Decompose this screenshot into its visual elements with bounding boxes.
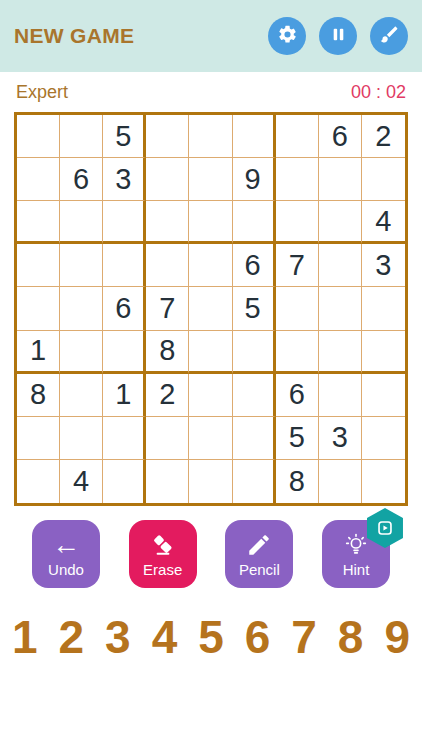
pause-icon: [328, 24, 349, 48]
numpad-7[interactable]: 7: [291, 612, 317, 663]
cell-r6c3[interactable]: [103, 331, 146, 374]
gear-icon: [277, 24, 298, 48]
hint-button[interactable]: Hint: [322, 520, 390, 588]
cell-r2c2[interactable]: 6: [60, 158, 103, 201]
cell-r8c1[interactable]: [17, 417, 60, 460]
cell-r5c7[interactable]: [276, 287, 319, 330]
cell-r2c7[interactable]: [276, 158, 319, 201]
cell-r8c5[interactable]: [189, 417, 232, 460]
video-play-badge: [367, 508, 403, 548]
cell-r3c8[interactable]: [319, 201, 362, 244]
cell-r8c8[interactable]: 3: [319, 417, 362, 460]
cell-r2c4[interactable]: [146, 158, 189, 201]
undo-arrow-icon: ←: [52, 531, 80, 559]
cell-r5c2[interactable]: [60, 287, 103, 330]
cell-r4c9[interactable]: 3: [362, 244, 405, 287]
cell-r7c4[interactable]: 2: [146, 374, 189, 417]
eraser-icon: [150, 531, 176, 559]
numpad-5[interactable]: 5: [198, 612, 224, 663]
cell-r8c9[interactable]: [362, 417, 405, 460]
cell-r8c4[interactable]: [146, 417, 189, 460]
cell-r5c4[interactable]: 7: [146, 287, 189, 330]
cell-r4c6[interactable]: 6: [233, 244, 276, 287]
cell-r6c1[interactable]: 1: [17, 331, 60, 374]
cell-r1c2[interactable]: [60, 115, 103, 158]
cell-r6c2[interactable]: [60, 331, 103, 374]
timer: 00 : 02: [351, 82, 406, 103]
settings-button[interactable]: [268, 17, 306, 55]
cell-r5c1[interactable]: [17, 287, 60, 330]
cell-r3c9[interactable]: 4: [362, 201, 405, 244]
cell-r1c7[interactable]: [276, 115, 319, 158]
cell-r6c8[interactable]: [319, 331, 362, 374]
cell-r7c9[interactable]: [362, 374, 405, 417]
cell-r6c4[interactable]: 8: [146, 331, 189, 374]
cell-r2c8[interactable]: [319, 158, 362, 201]
cell-r3c7[interactable]: [276, 201, 319, 244]
cell-r7c8[interactable]: [319, 374, 362, 417]
header: NEW GAME: [0, 0, 422, 72]
cell-r8c6[interactable]: [233, 417, 276, 460]
erase-button[interactable]: Erase: [129, 520, 197, 588]
number-pad: 123456789: [0, 612, 422, 663]
cell-r4c8[interactable]: [319, 244, 362, 287]
lightbulb-icon: [343, 531, 369, 559]
cell-r2c9[interactable]: [362, 158, 405, 201]
cell-r5c5[interactable]: [189, 287, 232, 330]
cell-r8c3[interactable]: [103, 417, 146, 460]
header-buttons: [268, 17, 408, 55]
cell-r9c3[interactable]: [103, 460, 146, 503]
cell-r7c7[interactable]: 6: [276, 374, 319, 417]
numpad-2[interactable]: 2: [59, 612, 85, 663]
cell-r7c2[interactable]: [60, 374, 103, 417]
cell-r2c1[interactable]: [17, 158, 60, 201]
difficulty-label: Expert: [16, 82, 68, 103]
cell-r3c2[interactable]: [60, 201, 103, 244]
cell-r1c6[interactable]: [233, 115, 276, 158]
cell-r2c5[interactable]: [189, 158, 232, 201]
cell-r7c5[interactable]: [189, 374, 232, 417]
undo-label: Undo: [48, 562, 84, 577]
cell-r8c2[interactable]: [60, 417, 103, 460]
cell-r9c4[interactable]: [146, 460, 189, 503]
paintbrush-icon: [379, 24, 400, 48]
cell-r5c3[interactable]: 6: [103, 287, 146, 330]
cell-r4c1[interactable]: [17, 244, 60, 287]
cell-r9c2[interactable]: 4: [60, 460, 103, 503]
cell-r6c7[interactable]: [276, 331, 319, 374]
cell-r5c9[interactable]: [362, 287, 405, 330]
cell-r1c1[interactable]: [17, 115, 60, 158]
numpad-9[interactable]: 9: [384, 612, 410, 663]
cell-r7c1[interactable]: 8: [17, 374, 60, 417]
cell-r3c3[interactable]: [103, 201, 146, 244]
cell-r9c5[interactable]: [189, 460, 232, 503]
numpad-1[interactable]: 1: [12, 612, 38, 663]
undo-button[interactable]: ← Undo: [32, 520, 100, 588]
numpad-3[interactable]: 3: [105, 612, 131, 663]
status-bar: Expert 00 : 02: [0, 72, 422, 112]
cell-r5c8[interactable]: [319, 287, 362, 330]
cell-r4c2[interactable]: [60, 244, 103, 287]
numpad-8[interactable]: 8: [338, 612, 364, 663]
cell-r4c3[interactable]: [103, 244, 146, 287]
cell-r1c8[interactable]: 6: [319, 115, 362, 158]
cell-r9c7[interactable]: 8: [276, 460, 319, 503]
cell-r3c4[interactable]: [146, 201, 189, 244]
toolbar: ← Undo Erase Pencil: [0, 520, 422, 588]
erase-label: Erase: [143, 562, 182, 577]
cell-r4c4[interactable]: [146, 244, 189, 287]
cell-r6c6[interactable]: [233, 331, 276, 374]
cell-r9c9[interactable]: [362, 460, 405, 503]
cell-r6c5[interactable]: [189, 331, 232, 374]
cell-r9c6[interactable]: [233, 460, 276, 503]
cell-r9c1[interactable]: [17, 460, 60, 503]
hint-label: Hint: [343, 562, 370, 577]
cell-r9c8[interactable]: [319, 460, 362, 503]
cell-r1c4[interactable]: [146, 115, 189, 158]
numpad-6[interactable]: 6: [245, 612, 271, 663]
cell-r3c5[interactable]: [189, 201, 232, 244]
pencil-button[interactable]: Pencil: [225, 520, 293, 588]
cell-r7c6[interactable]: [233, 374, 276, 417]
cell-r6c9[interactable]: [362, 331, 405, 374]
sudoku-board: 56263946736751881265348: [14, 112, 408, 506]
page-title: NEW GAME: [14, 24, 134, 48]
cell-r3c6[interactable]: [233, 201, 276, 244]
cell-r4c5[interactable]: [189, 244, 232, 287]
cell-r1c5[interactable]: [189, 115, 232, 158]
hint-label-text: Pencil: [239, 562, 280, 577]
cell-r1c9[interactable]: 2: [362, 115, 405, 158]
cell-r5c6[interactable]: 5: [233, 287, 276, 330]
numpad-4[interactable]: 4: [152, 612, 178, 663]
cell-r2c3[interactable]: 3: [103, 158, 146, 201]
pencil-icon: [246, 531, 272, 559]
cell-r8c7[interactable]: 5: [276, 417, 319, 460]
cell-r7c3[interactable]: 1: [103, 374, 146, 417]
pause-button[interactable]: [319, 17, 357, 55]
cell-r3c1[interactable]: [17, 201, 60, 244]
theme-button[interactable]: [370, 17, 408, 55]
cell-r4c7[interactable]: 7: [276, 244, 319, 287]
cell-r1c3[interactable]: 5: [103, 115, 146, 158]
cell-r2c6[interactable]: 9: [233, 158, 276, 201]
